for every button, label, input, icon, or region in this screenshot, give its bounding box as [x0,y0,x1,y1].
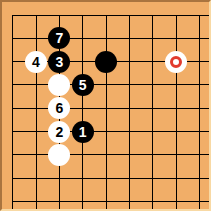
black-stone-1: 1 [72,121,94,143]
white-stone-2: 2 [48,121,70,143]
intersection-c3-r6: 2 [48,120,71,143]
black-stone-7: 7 [48,27,70,49]
go-board-grid: 7435621 [1,3,211,211]
intersection-c4-r6: 1 [71,120,94,143]
intersection-c4-r4: 5 [71,73,94,96]
go-board-diagram: 7435621 [0,0,211,211]
white-stone-6: 6 [48,97,70,119]
circle-mark-icon [170,56,182,68]
black-stone [95,51,117,73]
white-stone [48,144,70,166]
intersection-c5-r3 [94,50,117,73]
intersection-c3-r4 [48,73,71,96]
intersection-c3-r3: 3 [48,50,71,73]
intersection-c3-r7 [48,143,71,166]
intersection-c3-r2: 7 [48,27,71,50]
black-stone-5: 5 [72,74,94,96]
white-stone-4: 4 [25,51,47,73]
white-stone-circled [165,51,187,73]
intersection-c3-r5: 6 [48,97,71,120]
black-stone-3: 3 [48,51,70,73]
intersection-c8-r3 [164,50,187,73]
white-stone [48,74,70,96]
intersection-c2-r3: 4 [24,50,47,73]
